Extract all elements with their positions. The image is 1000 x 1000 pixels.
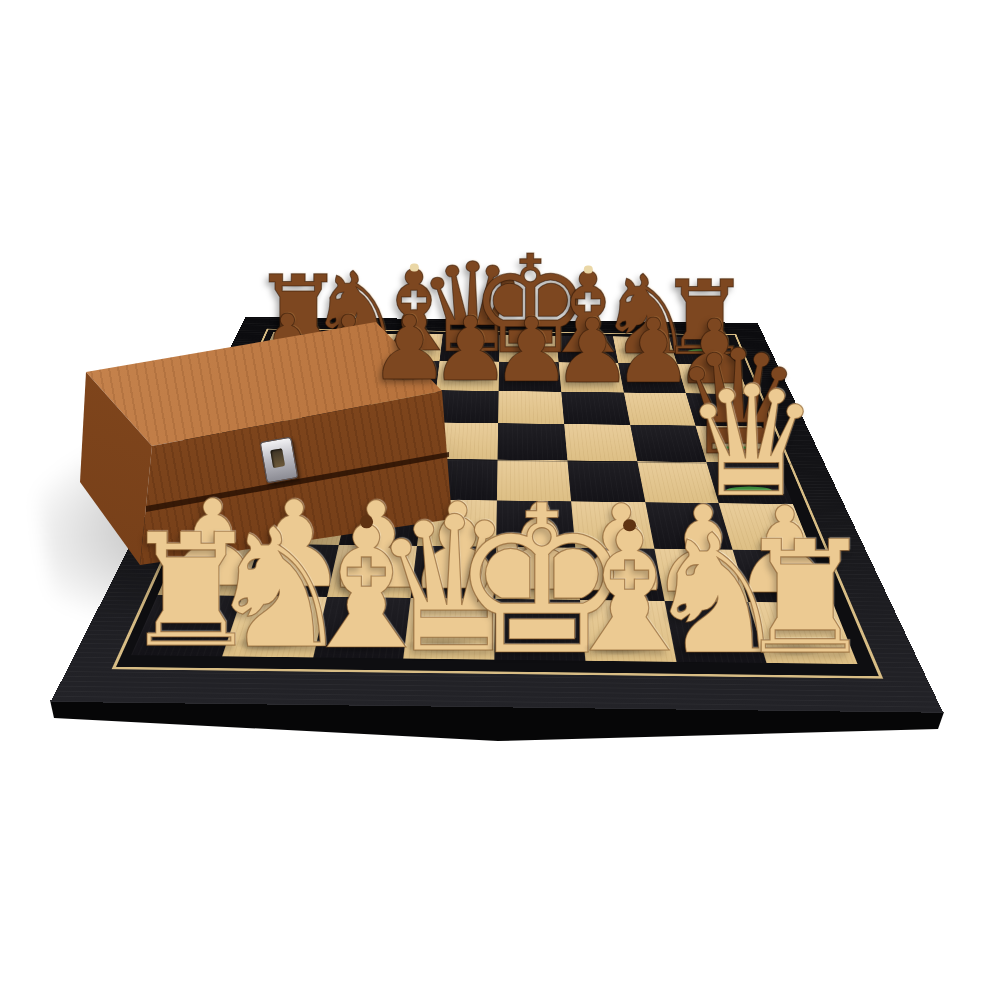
chess-set-photo: ♜♞♝♛♚♝♞♜♟♟♟♟♟♟♟♟♛♛♟♟♟♟♟♟♟♟♜♞♝♛♚♝♞♜ bbox=[0, 0, 1000, 1000]
pieces-layer: ♜♞♝♛♚♝♞♜♟♟♟♟♟♟♟♟♛♛♟♟♟♟♟♟♟♟♜♞♝♛♚♝♞♜ bbox=[0, 0, 1000, 1000]
bishop-finial bbox=[623, 519, 636, 532]
piece-white-rook-h1[interactable]: ♜ bbox=[735, 521, 875, 677]
box-clasp-slot bbox=[270, 448, 285, 468]
rook-glyph: ♜ bbox=[735, 521, 875, 677]
